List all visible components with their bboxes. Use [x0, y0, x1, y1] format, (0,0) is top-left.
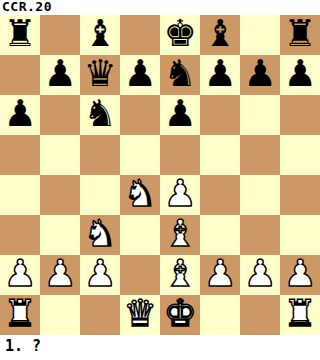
white-knight: ♞	[83, 215, 116, 254]
black-knight: ♞	[83, 95, 116, 134]
square-e2[interactable]: ♝	[160, 255, 200, 295]
black-rook: ♜	[3, 15, 36, 54]
square-d7[interactable]: ♟	[120, 55, 160, 95]
black-pawn: ♟	[203, 55, 236, 94]
chess-board: ♜♝♚♝♜♟♛♟♞♟♟♟♟♞♟♞♟♞♝♟♟♟♝♟♟♟♜♛♚♜	[0, 15, 320, 335]
square-b7[interactable]: ♟	[40, 55, 80, 95]
black-bishop: ♝	[83, 15, 116, 54]
move-prompt: 1. ?	[0, 335, 320, 360]
white-pawn: ♟	[163, 175, 196, 214]
square-f4[interactable]	[200, 175, 240, 215]
square-g2[interactable]: ♟	[240, 255, 280, 295]
square-c8[interactable]: ♝	[80, 15, 120, 55]
white-pawn: ♟	[3, 255, 36, 294]
square-h6[interactable]	[280, 95, 320, 135]
square-g6[interactable]	[240, 95, 280, 135]
square-b4[interactable]	[40, 175, 80, 215]
square-e3[interactable]: ♝	[160, 215, 200, 255]
black-pawn: ♟	[3, 95, 36, 134]
square-d1[interactable]: ♛	[120, 295, 160, 335]
black-knight: ♞	[163, 55, 196, 94]
square-c6[interactable]: ♞	[80, 95, 120, 135]
square-e8[interactable]: ♚	[160, 15, 200, 55]
white-pawn: ♟	[203, 255, 236, 294]
square-b5[interactable]	[40, 135, 80, 175]
square-f1[interactable]	[200, 295, 240, 335]
square-a3[interactable]	[0, 215, 40, 255]
square-g4[interactable]	[240, 175, 280, 215]
square-f3[interactable]	[200, 215, 240, 255]
square-g3[interactable]	[240, 215, 280, 255]
square-e6[interactable]: ♟	[160, 95, 200, 135]
square-e4[interactable]: ♟	[160, 175, 200, 215]
square-f8[interactable]: ♝	[200, 15, 240, 55]
square-h4[interactable]	[280, 175, 320, 215]
black-pawn: ♟	[43, 55, 76, 94]
square-d5[interactable]	[120, 135, 160, 175]
square-e7[interactable]: ♞	[160, 55, 200, 95]
square-c7[interactable]: ♛	[80, 55, 120, 95]
square-d4[interactable]: ♞	[120, 175, 160, 215]
white-pawn: ♟	[43, 255, 76, 294]
black-pawn: ♟	[123, 55, 156, 94]
diagram-title: CCR.20	[0, 0, 320, 15]
square-b8[interactable]	[40, 15, 80, 55]
square-c4[interactable]	[80, 175, 120, 215]
white-pawn: ♟	[283, 255, 316, 294]
square-f5[interactable]	[200, 135, 240, 175]
square-g8[interactable]	[240, 15, 280, 55]
square-g1[interactable]	[240, 295, 280, 335]
square-c2[interactable]: ♟	[80, 255, 120, 295]
square-e5[interactable]	[160, 135, 200, 175]
square-g7[interactable]: ♟	[240, 55, 280, 95]
square-b3[interactable]	[40, 215, 80, 255]
square-b6[interactable]	[40, 95, 80, 135]
square-a1[interactable]: ♜	[0, 295, 40, 335]
black-rook: ♜	[283, 15, 316, 54]
square-d3[interactable]	[120, 215, 160, 255]
white-queen: ♛	[123, 295, 156, 334]
square-a7[interactable]	[0, 55, 40, 95]
square-c1[interactable]	[80, 295, 120, 335]
square-a8[interactable]: ♜	[0, 15, 40, 55]
square-h1[interactable]: ♜	[280, 295, 320, 335]
white-pawn: ♟	[243, 255, 276, 294]
square-f2[interactable]: ♟	[200, 255, 240, 295]
square-h7[interactable]: ♟	[280, 55, 320, 95]
square-c5[interactable]	[80, 135, 120, 175]
white-rook: ♜	[3, 295, 36, 334]
square-d6[interactable]	[120, 95, 160, 135]
square-f6[interactable]	[200, 95, 240, 135]
square-h5[interactable]	[280, 135, 320, 175]
square-d8[interactable]	[120, 15, 160, 55]
square-h3[interactable]	[280, 215, 320, 255]
square-a2[interactable]: ♟	[0, 255, 40, 295]
black-pawn: ♟	[163, 95, 196, 134]
black-pawn: ♟	[243, 55, 276, 94]
square-a4[interactable]	[0, 175, 40, 215]
black-king: ♚	[163, 15, 196, 54]
white-knight: ♞	[123, 175, 156, 214]
white-pawn: ♟	[83, 255, 116, 294]
square-b2[interactable]: ♟	[40, 255, 80, 295]
square-a6[interactable]: ♟	[0, 95, 40, 135]
chess-diagram-screen: CCR.20 ♜♝♚♝♜♟♛♟♞♟♟♟♟♞♟♞♟♞♝♟♟♟♝♟♟♟♜♛♚♜ 1.…	[0, 0, 320, 360]
square-h8[interactable]: ♜	[280, 15, 320, 55]
white-rook: ♜	[283, 295, 316, 334]
square-a5[interactable]	[0, 135, 40, 175]
white-bishop: ♝	[163, 215, 196, 254]
square-b1[interactable]	[40, 295, 80, 335]
square-e1[interactable]: ♚	[160, 295, 200, 335]
black-queen: ♛	[83, 55, 116, 94]
square-c3[interactable]: ♞	[80, 215, 120, 255]
white-bishop: ♝	[163, 255, 196, 294]
square-f7[interactable]: ♟	[200, 55, 240, 95]
square-d2[interactable]	[120, 255, 160, 295]
black-pawn: ♟	[283, 55, 316, 94]
black-bishop: ♝	[203, 15, 236, 54]
square-g5[interactable]	[240, 135, 280, 175]
square-h2[interactable]: ♟	[280, 255, 320, 295]
white-king: ♚	[163, 295, 196, 334]
